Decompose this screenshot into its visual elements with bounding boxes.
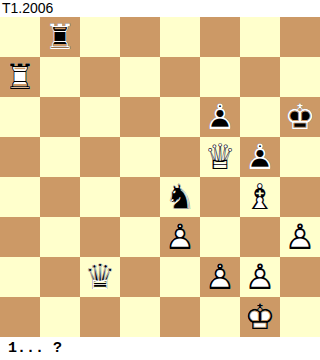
square-d8[interactable]	[120, 17, 160, 57]
square-b4[interactable]	[40, 177, 80, 217]
title-bar: T1.2006	[0, 0, 320, 17]
chess-board: ♜♖♜♖♟♙♚♔♛♕♟♙♞♘♝♗♟♙♟♙♛♕♟♙♟♙♚♔	[0, 17, 320, 337]
white-bishop-piece[interactable]: ♝♗	[240, 177, 280, 217]
white-rook-glyph-outline: ♖	[0, 57, 40, 97]
square-d7[interactable]	[120, 57, 160, 97]
square-h4[interactable]	[280, 177, 320, 217]
white-queen-piece[interactable]: ♛♕	[200, 137, 240, 177]
square-a6[interactable]	[0, 97, 40, 137]
square-e2[interactable]	[160, 257, 200, 297]
square-h6[interactable]: ♚♔	[280, 97, 320, 137]
white-pawn-piece[interactable]: ♟♙	[280, 217, 320, 257]
square-b6[interactable]	[40, 97, 80, 137]
square-c4[interactable]	[80, 177, 120, 217]
square-h7[interactable]	[280, 57, 320, 97]
white-queen-glyph-outline: ♕	[200, 137, 240, 177]
square-a1[interactable]	[0, 297, 40, 337]
square-d4[interactable]	[120, 177, 160, 217]
square-e8[interactable]	[160, 17, 200, 57]
square-a5[interactable]	[0, 137, 40, 177]
square-a8[interactable]	[0, 17, 40, 57]
square-h5[interactable]	[280, 137, 320, 177]
footer-bar: 1... ?	[0, 337, 320, 360]
square-g6[interactable]	[240, 97, 280, 137]
square-h8[interactable]	[280, 17, 320, 57]
white-pawn-glyph-outline: ♙	[200, 257, 240, 297]
square-e4[interactable]: ♞♘	[160, 177, 200, 217]
square-d3[interactable]	[120, 217, 160, 257]
square-d1[interactable]	[120, 297, 160, 337]
white-king-piece[interactable]: ♚♔	[240, 297, 280, 337]
black-pawn-glyph-outline: ♙	[200, 97, 240, 137]
white-rook-piece[interactable]: ♜♖	[0, 57, 40, 97]
square-f2[interactable]: ♟♙	[200, 257, 240, 297]
square-a2[interactable]	[0, 257, 40, 297]
square-h1[interactable]	[280, 297, 320, 337]
black-king-glyph-outline: ♔	[280, 97, 320, 137]
square-g4[interactable]: ♝♗	[240, 177, 280, 217]
white-pawn-glyph-outline: ♙	[240, 257, 280, 297]
square-a7[interactable]: ♜♖	[0, 57, 40, 97]
square-d5[interactable]	[120, 137, 160, 177]
white-pawn-glyph-outline: ♙	[280, 217, 320, 257]
move-prompt: 1... ?	[0, 340, 62, 357]
square-f8[interactable]	[200, 17, 240, 57]
square-f3[interactable]	[200, 217, 240, 257]
black-pawn-piece[interactable]: ♟♙	[240, 137, 280, 177]
square-e3[interactable]: ♟♙	[160, 217, 200, 257]
square-b8[interactable]: ♜♖	[40, 17, 80, 57]
black-rook-glyph-outline: ♖	[40, 17, 80, 57]
square-f7[interactable]	[200, 57, 240, 97]
white-pawn-piece[interactable]: ♟♙	[240, 257, 280, 297]
white-pawn-piece[interactable]: ♟♙	[160, 217, 200, 257]
white-pawn-glyph-outline: ♙	[160, 217, 200, 257]
square-g5[interactable]: ♟♙	[240, 137, 280, 177]
square-b5[interactable]	[40, 137, 80, 177]
square-h2[interactable]	[280, 257, 320, 297]
square-d6[interactable]	[120, 97, 160, 137]
square-f5[interactable]: ♛♕	[200, 137, 240, 177]
square-c3[interactable]	[80, 217, 120, 257]
black-knight-piece[interactable]: ♞♘	[160, 177, 200, 217]
white-king-glyph-outline: ♔	[240, 297, 280, 337]
black-queen-piece[interactable]: ♛♕	[80, 257, 120, 297]
square-c8[interactable]	[80, 17, 120, 57]
square-c7[interactable]	[80, 57, 120, 97]
black-knight-glyph-outline: ♘	[160, 177, 200, 217]
white-pawn-piece[interactable]: ♟♙	[200, 257, 240, 297]
square-e6[interactable]	[160, 97, 200, 137]
chess-diagram-page: T1.2006 ♜♖♜♖♟♙♚♔♛♕♟♙♞♘♝♗♟♙♟♙♛♕♟♙♟♙♚♔ 1..…	[0, 0, 320, 360]
square-b2[interactable]	[40, 257, 80, 297]
square-e1[interactable]	[160, 297, 200, 337]
square-c6[interactable]	[80, 97, 120, 137]
square-f6[interactable]: ♟♙	[200, 97, 240, 137]
square-c1[interactable]	[80, 297, 120, 337]
square-e7[interactable]	[160, 57, 200, 97]
square-d2[interactable]	[120, 257, 160, 297]
square-b3[interactable]	[40, 217, 80, 257]
square-a3[interactable]	[0, 217, 40, 257]
black-pawn-piece[interactable]: ♟♙	[200, 97, 240, 137]
square-a4[interactable]	[0, 177, 40, 217]
black-pawn-glyph-outline: ♙	[240, 137, 280, 177]
black-rook-piece[interactable]: ♜♖	[40, 17, 80, 57]
square-g1[interactable]: ♚♔	[240, 297, 280, 337]
black-queen-glyph-outline: ♕	[80, 257, 120, 297]
diagram-title: T1.2006	[0, 0, 53, 17]
square-g7[interactable]	[240, 57, 280, 97]
square-h3[interactable]: ♟♙	[280, 217, 320, 257]
square-f4[interactable]	[200, 177, 240, 217]
square-b7[interactable]	[40, 57, 80, 97]
square-e5[interactable]	[160, 137, 200, 177]
square-f1[interactable]	[200, 297, 240, 337]
square-g3[interactable]	[240, 217, 280, 257]
square-g2[interactable]: ♟♙	[240, 257, 280, 297]
square-c2[interactable]: ♛♕	[80, 257, 120, 297]
square-g8[interactable]	[240, 17, 280, 57]
square-c5[interactable]	[80, 137, 120, 177]
black-king-piece[interactable]: ♚♔	[280, 97, 320, 137]
square-b1[interactable]	[40, 297, 80, 337]
white-bishop-glyph-outline: ♗	[240, 177, 280, 217]
